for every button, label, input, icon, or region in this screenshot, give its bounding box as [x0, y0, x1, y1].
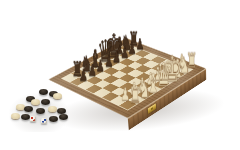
checker-black[interactable] [41, 99, 50, 105]
checker-black[interactable] [24, 106, 33, 112]
checker-black[interactable] [21, 114, 30, 120]
checkers-pile [0, 0, 240, 150]
chess-set-photo: ♜♞♝♛♚♝♞♜♟♟♟♟♟♟♟♟♟♟♟♟♟♟♟♟♜♞♝♛♚♝♞♜ [0, 0, 240, 150]
die[interactable] [30, 116, 36, 122]
checker-cream[interactable] [53, 93, 62, 99]
checker-cream[interactable] [31, 99, 40, 105]
die[interactable] [41, 118, 47, 124]
checker-black[interactable] [59, 114, 68, 120]
checker-black[interactable] [49, 116, 58, 122]
checker-black[interactable] [39, 89, 48, 95]
checker-cream[interactable] [11, 113, 20, 119]
checker-cream[interactable] [48, 106, 57, 112]
checker-black[interactable] [36, 108, 45, 114]
